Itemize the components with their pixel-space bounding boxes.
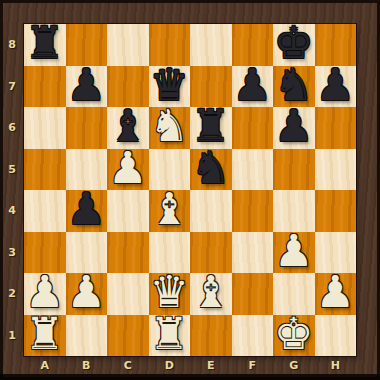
square-h1[interactable]	[315, 315, 357, 357]
board-frame: ♜♚♟♛♟♞♟♝♞♜♟♟♞♟♝♟♟♟♛♝♟♜♜♚ 87654321ABCDEFG…	[0, 0, 380, 380]
square-f6[interactable]	[232, 107, 274, 149]
square-e6[interactable]: ♜	[190, 107, 232, 149]
square-c7[interactable]	[107, 66, 149, 108]
square-c6[interactable]: ♝	[107, 107, 149, 149]
white-knight-piece: ♞	[150, 105, 189, 146]
square-d1[interactable]: ♜	[149, 315, 191, 357]
square-f2[interactable]	[232, 273, 274, 315]
white-bishop-piece: ♝	[191, 271, 230, 312]
square-f7[interactable]: ♟	[232, 66, 274, 108]
file-label-f: F	[232, 357, 274, 373]
file-label-h: H	[315, 357, 357, 373]
black-pawn-piece: ♟	[67, 64, 106, 105]
square-f4[interactable]	[232, 190, 274, 232]
black-pawn-piece: ♟	[274, 105, 313, 146]
square-f3[interactable]	[232, 232, 274, 274]
square-a4[interactable]	[24, 190, 66, 232]
square-e3[interactable]	[190, 232, 232, 274]
square-b5[interactable]	[66, 149, 108, 191]
file-label-a: A	[24, 357, 66, 373]
square-h7[interactable]: ♟	[315, 66, 357, 108]
square-e2[interactable]: ♝	[190, 273, 232, 315]
rank-label-3: 3	[0, 232, 24, 274]
square-b8[interactable]	[66, 24, 108, 66]
square-e1[interactable]	[190, 315, 232, 357]
square-d5[interactable]	[149, 149, 191, 191]
square-g6[interactable]: ♟	[273, 107, 315, 149]
square-h4[interactable]	[315, 190, 357, 232]
square-e4[interactable]	[190, 190, 232, 232]
square-e8[interactable]	[190, 24, 232, 66]
rank-label-1: 1	[0, 315, 24, 357]
square-d4[interactable]: ♝	[149, 190, 191, 232]
square-a8[interactable]: ♜	[24, 24, 66, 66]
white-pawn-piece: ♟	[67, 271, 106, 312]
square-c2[interactable]	[107, 273, 149, 315]
square-c4[interactable]	[107, 190, 149, 232]
rank-label-7: 7	[0, 66, 24, 108]
square-h8[interactable]	[315, 24, 357, 66]
rank-label-5: 5	[0, 149, 24, 191]
file-label-b: B	[66, 357, 108, 373]
square-c5[interactable]: ♟	[107, 149, 149, 191]
black-rook-piece: ♜	[191, 105, 230, 146]
square-d3[interactable]	[149, 232, 191, 274]
black-knight-piece: ♞	[274, 64, 313, 105]
square-d2[interactable]: ♛	[149, 273, 191, 315]
white-queen-piece: ♛	[150, 271, 189, 312]
square-g3[interactable]: ♟	[273, 232, 315, 274]
white-king-piece: ♚	[274, 313, 313, 354]
white-pawn-piece: ♟	[25, 271, 64, 312]
white-rook-piece: ♜	[25, 313, 64, 354]
rank-label-2: 2	[0, 273, 24, 315]
file-label-c: C	[107, 357, 149, 373]
square-g5[interactable]	[273, 149, 315, 191]
square-e7[interactable]	[190, 66, 232, 108]
black-queen-piece: ♛	[150, 64, 189, 105]
rank-label-6: 6	[0, 107, 24, 149]
black-king-piece: ♚	[274, 22, 313, 63]
square-f8[interactable]	[232, 24, 274, 66]
square-g8[interactable]: ♚	[273, 24, 315, 66]
square-h3[interactable]	[315, 232, 357, 274]
black-pawn-piece: ♟	[316, 64, 355, 105]
file-label-e: E	[190, 357, 232, 373]
white-bishop-piece: ♝	[150, 188, 189, 229]
square-c8[interactable]	[107, 24, 149, 66]
square-a5[interactable]	[24, 149, 66, 191]
black-pawn-piece: ♟	[67, 188, 106, 229]
square-h5[interactable]	[315, 149, 357, 191]
square-f5[interactable]	[232, 149, 274, 191]
square-b7[interactable]: ♟	[66, 66, 108, 108]
white-rook-piece: ♜	[150, 313, 189, 354]
square-f1[interactable]	[232, 315, 274, 357]
square-g7[interactable]: ♞	[273, 66, 315, 108]
square-b1[interactable]	[66, 315, 108, 357]
square-b2[interactable]: ♟	[66, 273, 108, 315]
black-pawn-piece: ♟	[233, 64, 272, 105]
rank-label-8: 8	[0, 24, 24, 66]
square-g2[interactable]	[273, 273, 315, 315]
white-pawn-piece: ♟	[108, 147, 147, 188]
square-h6[interactable]	[315, 107, 357, 149]
black-knight-piece: ♞	[191, 147, 230, 188]
square-a6[interactable]	[24, 107, 66, 149]
square-a2[interactable]: ♟	[24, 273, 66, 315]
square-a1[interactable]: ♜	[24, 315, 66, 357]
file-label-g: G	[273, 357, 315, 373]
square-d6[interactable]: ♞	[149, 107, 191, 149]
square-b3[interactable]	[66, 232, 108, 274]
square-d7[interactable]: ♛	[149, 66, 191, 108]
square-b4[interactable]: ♟	[66, 190, 108, 232]
black-rook-piece: ♜	[25, 22, 64, 63]
square-a7[interactable]	[24, 66, 66, 108]
white-pawn-piece: ♟	[316, 271, 355, 312]
square-c3[interactable]	[107, 232, 149, 274]
square-b6[interactable]	[66, 107, 108, 149]
square-g1[interactable]: ♚	[273, 315, 315, 357]
rank-label-4: 4	[0, 190, 24, 232]
square-e5[interactable]: ♞	[190, 149, 232, 191]
square-a3[interactable]	[24, 232, 66, 274]
file-label-d: D	[149, 357, 191, 373]
white-pawn-piece: ♟	[274, 230, 313, 271]
square-c1[interactable]	[107, 315, 149, 357]
square-d8[interactable]	[149, 24, 191, 66]
black-bishop-piece: ♝	[108, 105, 147, 146]
chess-board: ♜♚♟♛♟♞♟♝♞♜♟♟♞♟♝♟♟♟♛♝♟♜♜♚	[24, 24, 356, 356]
square-h2[interactable]: ♟	[315, 273, 357, 315]
square-g4[interactable]	[273, 190, 315, 232]
